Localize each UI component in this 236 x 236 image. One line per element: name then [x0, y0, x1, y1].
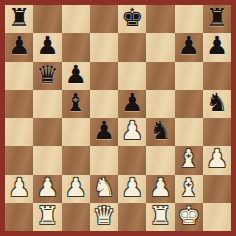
square-a4[interactable]: [5, 118, 33, 146]
square-c8[interactable]: [62, 5, 90, 33]
board-frame: ♜♚♜♟♟♟♟♛♟♝♟♞♟♟♞♝♟♟♟♟♞♟♟♝♜♛♜♚: [0, 0, 236, 236]
black-king-e8[interactable]: ♚: [121, 5, 143, 32]
square-f7[interactable]: [146, 33, 174, 61]
black-rook-h8[interactable]: ♜: [206, 5, 228, 32]
white-king-g1[interactable]: ♚: [177, 203, 199, 230]
black-rook-a8[interactable]: ♜: [8, 5, 30, 32]
square-f6[interactable]: [146, 62, 174, 90]
square-d8[interactable]: [90, 5, 118, 33]
square-h8[interactable]: ♜: [203, 5, 231, 33]
square-f1[interactable]: ♜: [146, 203, 174, 231]
square-a7[interactable]: ♟: [5, 33, 33, 61]
square-b1[interactable]: ♜: [33, 203, 61, 231]
square-h6[interactable]: [203, 62, 231, 90]
black-knight-f4[interactable]: ♞: [149, 118, 171, 145]
square-f3[interactable]: [146, 146, 174, 174]
white-pawn-e2[interactable]: ♟: [121, 175, 143, 202]
square-g8[interactable]: [175, 5, 203, 33]
square-d6[interactable]: [90, 62, 118, 90]
square-h3[interactable]: ♟: [203, 146, 231, 174]
square-h2[interactable]: [203, 175, 231, 203]
square-f8[interactable]: [146, 5, 174, 33]
square-f4[interactable]: ♞: [146, 118, 174, 146]
black-pawn-a7[interactable]: ♟: [8, 33, 30, 60]
square-a5[interactable]: [5, 90, 33, 118]
white-pawn-c2[interactable]: ♟: [64, 175, 86, 202]
square-g6[interactable]: [175, 62, 203, 90]
square-d4[interactable]: ♟: [90, 118, 118, 146]
black-queen-b6[interactable]: ♛: [36, 62, 58, 89]
square-g7[interactable]: ♟: [175, 33, 203, 61]
black-pawn-h7[interactable]: ♟: [206, 33, 228, 60]
white-pawn-e4[interactable]: ♟: [121, 118, 143, 145]
white-pawn-h3[interactable]: ♟: [206, 146, 228, 173]
square-f5[interactable]: [146, 90, 174, 118]
square-a6[interactable]: [5, 62, 33, 90]
square-d2[interactable]: ♞: [90, 175, 118, 203]
square-g1[interactable]: ♚: [175, 203, 203, 231]
square-e5[interactable]: ♟: [118, 90, 146, 118]
square-h5[interactable]: ♞: [203, 90, 231, 118]
square-b3[interactable]: [33, 146, 61, 174]
black-pawn-b7[interactable]: ♟: [36, 33, 58, 60]
black-pawn-d4[interactable]: ♟: [93, 118, 115, 145]
square-g5[interactable]: [175, 90, 203, 118]
square-e4[interactable]: ♟: [118, 118, 146, 146]
square-e7[interactable]: [118, 33, 146, 61]
white-knight-d2[interactable]: ♞: [93, 175, 115, 202]
square-g2[interactable]: ♝: [175, 175, 203, 203]
square-e6[interactable]: [118, 62, 146, 90]
square-c2[interactable]: ♟: [62, 175, 90, 203]
square-c6[interactable]: ♟: [62, 62, 90, 90]
square-b8[interactable]: [33, 5, 61, 33]
square-c4[interactable]: [62, 118, 90, 146]
square-g3[interactable]: ♝: [175, 146, 203, 174]
square-b5[interactable]: [33, 90, 61, 118]
white-bishop-g3[interactable]: ♝: [177, 146, 199, 173]
white-queen-d1[interactable]: ♛: [93, 203, 115, 230]
square-e3[interactable]: [118, 146, 146, 174]
square-a2[interactable]: ♟: [5, 175, 33, 203]
square-b6[interactable]: ♛: [33, 62, 61, 90]
square-c7[interactable]: [62, 33, 90, 61]
black-bishop-c5[interactable]: ♝: [64, 90, 86, 117]
square-d5[interactable]: [90, 90, 118, 118]
square-f2[interactable]: ♟: [146, 175, 174, 203]
square-d1[interactable]: ♛: [90, 203, 118, 231]
chess-board: ♜♚♜♟♟♟♟♛♟♝♟♞♟♟♞♝♟♟♟♟♞♟♟♝♜♛♜♚: [5, 5, 231, 231]
black-knight-h5[interactable]: ♞: [206, 90, 228, 117]
white-pawn-f2[interactable]: ♟: [149, 175, 171, 202]
black-pawn-e5[interactable]: ♟: [121, 90, 143, 117]
square-a1[interactable]: [5, 203, 33, 231]
square-e8[interactable]: ♚: [118, 5, 146, 33]
square-c1[interactable]: [62, 203, 90, 231]
square-e2[interactable]: ♟: [118, 175, 146, 203]
square-c3[interactable]: [62, 146, 90, 174]
black-pawn-g7[interactable]: ♟: [177, 33, 199, 60]
white-rook-f1[interactable]: ♜: [149, 203, 171, 230]
square-g4[interactable]: [175, 118, 203, 146]
white-rook-b1[interactable]: ♜: [36, 203, 58, 230]
square-e1[interactable]: [118, 203, 146, 231]
square-h4[interactable]: [203, 118, 231, 146]
square-a8[interactable]: ♜: [5, 5, 33, 33]
black-pawn-c6[interactable]: ♟: [64, 62, 86, 89]
square-a3[interactable]: [5, 146, 33, 174]
square-c5[interactable]: ♝: [62, 90, 90, 118]
square-b2[interactable]: ♟: [33, 175, 61, 203]
square-d3[interactable]: [90, 146, 118, 174]
square-d7[interactable]: [90, 33, 118, 61]
square-h1[interactable]: [203, 203, 231, 231]
square-b4[interactable]: [33, 118, 61, 146]
white-pawn-b2[interactable]: ♟: [36, 175, 58, 202]
square-h7[interactable]: ♟: [203, 33, 231, 61]
square-b7[interactable]: ♟: [33, 33, 61, 61]
white-bishop-g2[interactable]: ♝: [177, 175, 199, 202]
white-pawn-a2[interactable]: ♟: [8, 175, 30, 202]
